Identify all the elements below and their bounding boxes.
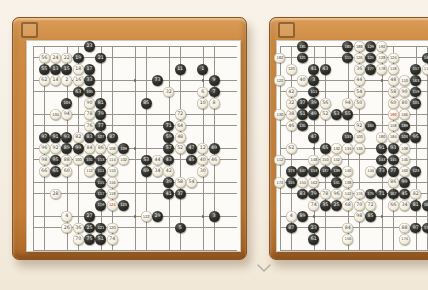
stone-white-172: 172 (274, 177, 285, 188)
stone-black-175: 175 (365, 189, 376, 200)
stone-white-52: 52 (175, 143, 186, 154)
stone-white-36: 36 (73, 223, 84, 234)
hoshi-point (313, 215, 315, 217)
stone-white-34: 34 (152, 166, 163, 177)
stone-black-87: 87 (286, 223, 297, 234)
stone-white-120: 120 (286, 64, 297, 75)
stone-black-23: 23 (308, 223, 319, 234)
stone-black-103: 103 (61, 98, 72, 109)
stone-black-93: 93 (61, 132, 72, 143)
stone-white-96: 96 (39, 143, 50, 154)
stone-black-145: 145 (388, 155, 399, 166)
stone-white-184: 184 (388, 132, 399, 143)
stone-white-174: 174 (399, 234, 410, 245)
stone-white-22: 22 (61, 53, 72, 64)
stone-black-1: 1 (197, 64, 208, 75)
stone-black-119: 119 (410, 87, 421, 98)
stone-white-82: 82 (410, 189, 421, 200)
stone-white-110: 110 (107, 166, 118, 177)
stone-white-152: 152 (331, 155, 342, 166)
stone-black-157: 157 (410, 64, 421, 75)
go-stones-grid-2: 1811851881291921821211151261251281241491… (274, 41, 428, 256)
stone-black-25: 25 (84, 223, 95, 234)
stone-white-98: 98 (354, 211, 365, 222)
stone-white-44: 44 (152, 155, 163, 166)
stone-white-162: 162 (308, 177, 319, 188)
stone-black-99: 99 (73, 143, 84, 154)
stone-white-154: 154 (297, 177, 308, 188)
stone-white-4: 4 (286, 211, 297, 222)
stone-black-3: 3 (308, 75, 319, 86)
stone-black-35: 35 (320, 200, 331, 211)
stone-black-89: 89 (297, 211, 308, 222)
stone-white-82: 82 (73, 132, 84, 143)
stone-white-138: 138 (342, 177, 353, 188)
stone-black-115: 115 (95, 177, 106, 188)
stone-black-119: 119 (95, 200, 106, 211)
stone-white-120: 120 (107, 223, 118, 234)
go-stones-grid-1: 2356242219215513151817111621421633739631… (27, 41, 242, 256)
stone-black-7: 7 (209, 87, 220, 98)
stone-white-98: 98 (39, 155, 50, 166)
stone-white-74: 74 (308, 200, 319, 211)
stone-black-123: 123 (410, 166, 421, 177)
stone-black-91: 91 (50, 132, 61, 143)
stone-black-185: 185 (342, 41, 353, 52)
stone-black-105: 105 (84, 87, 95, 98)
stone-white-156: 156 (342, 234, 353, 245)
stone-black-25: 25 (331, 200, 342, 211)
stone-black-39: 39 (163, 177, 174, 188)
stone-black-79: 79 (95, 109, 106, 120)
stone-black-101: 101 (410, 98, 421, 109)
stone-black-85: 85 (141, 98, 152, 109)
stone-white-92: 92 (354, 121, 365, 132)
stone-black-121: 121 (95, 223, 106, 234)
stone-white-102: 102 (118, 155, 129, 166)
stone-black-21: 21 (95, 53, 106, 64)
stone-white-158: 158 (388, 121, 399, 132)
stone-white-108: 108 (399, 143, 410, 154)
stone-white-116: 116 (107, 177, 118, 188)
stone-black-115: 115 (342, 53, 353, 64)
stone-white-176: 176 (354, 189, 365, 200)
stone-white-84: 84 (342, 223, 353, 234)
stone-white-100: 100 (354, 132, 365, 143)
stone-white-144: 144 (365, 166, 376, 177)
stone-white-70: 70 (354, 200, 365, 211)
stone-black-153: 153 (308, 166, 319, 177)
stone-black-77: 77 (388, 166, 399, 177)
stone-black-41: 41 (163, 189, 174, 200)
stone-white-72: 72 (365, 200, 376, 211)
stone-black-69: 69 (141, 166, 152, 177)
stone-white-128: 128 (376, 53, 387, 64)
stone-white-84: 84 (84, 143, 95, 154)
stone-black-55: 55 (342, 109, 353, 120)
stone-white-60: 60 (388, 98, 399, 109)
stone-black-57: 57 (163, 143, 174, 154)
stone-white-56: 56 (39, 53, 50, 64)
stone-white-70: 70 (73, 234, 84, 245)
stone-black-125: 125 (365, 53, 376, 64)
stone-black-95: 95 (410, 132, 421, 143)
chevron-down-icon[interactable] (256, 262, 272, 274)
stone-black-73: 73 (376, 166, 387, 177)
stone-black-77: 77 (95, 121, 106, 132)
stone-white-40: 40 (197, 155, 208, 166)
stone-white-42: 42 (163, 166, 174, 177)
stone-white-30: 30 (197, 166, 208, 177)
go-board-diagram-2: 1811851881291921821211151261251281241491… (269, 17, 428, 260)
stone-white-142: 142 (342, 189, 353, 200)
stone-black-37: 37 (175, 189, 186, 200)
stone-black-55: 55 (39, 64, 50, 75)
stone-white-118: 118 (107, 189, 118, 200)
stone-black-33: 33 (84, 75, 95, 86)
stone-white-28: 28 (50, 189, 61, 200)
stone-white-178: 178 (376, 64, 387, 75)
stone-black-97: 97 (410, 223, 421, 234)
stone-black-49: 49 (209, 143, 220, 154)
stone-white-48: 48 (175, 132, 186, 143)
stone-white-134: 134 (342, 143, 353, 154)
stone-white-56: 56 (320, 98, 331, 109)
stone-white-62: 62 (286, 143, 297, 154)
stone-white-14: 14 (50, 75, 61, 86)
stone-black-13: 13 (50, 64, 61, 75)
stone-black-91: 91 (376, 143, 387, 154)
stone-black-11: 11 (175, 64, 186, 75)
stone-black-189: 189 (399, 121, 410, 132)
stone-black-19: 19 (73, 53, 84, 64)
hoshi-point (134, 79, 136, 81)
stone-black-53: 53 (331, 109, 342, 120)
stone-black-65: 65 (50, 166, 61, 177)
stone-white-130: 130 (274, 109, 285, 120)
stone-white-26: 26 (61, 223, 72, 234)
stone-white-136: 136 (354, 143, 365, 154)
stone-black-113: 113 (95, 155, 106, 166)
stone-white-86: 86 (388, 177, 399, 188)
hoshi-point (202, 79, 204, 81)
stone-white-58: 58 (388, 87, 399, 98)
stone-white-74: 74 (107, 234, 118, 245)
stone-white-124: 124 (388, 53, 399, 64)
stone-black-99: 99 (399, 177, 410, 188)
stone-black-83: 83 (297, 189, 308, 200)
stone-white-182: 182 (274, 53, 285, 64)
stone-white-32: 32 (286, 98, 297, 109)
stone-white-112: 112 (274, 155, 285, 166)
stone-white-118: 118 (388, 64, 399, 75)
stone-black-81: 81 (95, 98, 106, 109)
stone-black-71: 71 (376, 189, 387, 200)
stone-black-143: 143 (376, 155, 387, 166)
stone-white-114: 114 (422, 64, 428, 75)
stone-white-92: 92 (50, 143, 61, 154)
stone-white-6: 6 (197, 87, 208, 98)
stone-black-51: 51 (297, 109, 308, 120)
hoshi-point (381, 215, 383, 217)
stone-black-95: 95 (50, 155, 61, 166)
stone-white-124: 124 (107, 200, 118, 211)
stone-black-177: 177 (365, 64, 376, 75)
stone-white-58: 58 (175, 177, 186, 188)
stone-black-43: 43 (320, 64, 331, 75)
stone-black-137: 137 (320, 166, 331, 177)
stone-black-49: 49 (308, 109, 319, 120)
stone-white-4: 4 (61, 211, 72, 222)
stone-white-78: 78 (320, 189, 331, 200)
stone-black-17: 17 (84, 64, 95, 75)
stone-black-117: 117 (95, 189, 106, 200)
stone-black-73: 73 (152, 75, 163, 86)
stone-black-27: 27 (84, 211, 95, 222)
kifu-paper-1: 2356242219215513151817111621421633739631… (26, 40, 241, 252)
stone-black-131: 131 (297, 121, 308, 132)
stone-black-5: 5 (175, 223, 186, 234)
stone-white-96: 96 (331, 189, 342, 200)
stone-white-132: 132 (331, 143, 342, 154)
stone-black-71: 71 (163, 121, 174, 132)
stone-black-123: 123 (118, 200, 129, 211)
stone-white-38: 38 (286, 109, 297, 120)
stone-white-112: 112 (84, 166, 95, 177)
stone-white-122: 122 (274, 75, 285, 86)
stone-black-45: 45 (186, 155, 197, 166)
stone-black-101: 101 (84, 155, 95, 166)
stone-black-79: 79 (308, 189, 319, 200)
stone-white-72: 72 (175, 109, 186, 120)
stone-black-23: 23 (84, 41, 95, 52)
stone-black-141: 141 (331, 177, 342, 188)
stone-white-66: 66 (388, 200, 399, 211)
stone-white-32: 32 (163, 87, 174, 98)
stone-white-12: 12 (197, 143, 208, 154)
stone-white-100: 100 (73, 155, 84, 166)
stone-white-78: 78 (84, 109, 95, 120)
stone-white-90: 90 (399, 87, 410, 98)
stone-black-45: 45 (399, 189, 410, 200)
stone-white-68: 68 (342, 200, 353, 211)
stone-black-59: 59 (163, 132, 174, 143)
stone-black-171: 171 (422, 223, 428, 234)
stone-black-121: 121 (297, 53, 308, 64)
stone-white-52: 52 (320, 109, 331, 120)
stone-white-150: 150 (320, 155, 331, 166)
stone-black-81: 81 (410, 200, 421, 211)
stone-black-107: 107 (95, 132, 106, 143)
stone-black-39: 39 (308, 98, 319, 109)
stone-black-53: 53 (141, 155, 152, 166)
stone-black-129: 129 (365, 41, 376, 52)
hoshi-point (134, 147, 136, 149)
stone-white-166: 166 (399, 109, 410, 120)
stone-black-89: 89 (61, 143, 72, 154)
stone-black-3: 3 (209, 211, 220, 222)
stone-white-34: 34 (399, 200, 410, 211)
go-board-diagram-1: 2356242219215513151817111621421633739631… (12, 17, 247, 260)
stone-white-42: 42 (286, 87, 297, 98)
stone-black-9: 9 (209, 75, 220, 86)
stone-black-163: 163 (410, 75, 421, 86)
hoshi-point (313, 147, 315, 149)
stone-black-139: 139 (331, 166, 342, 177)
stone-white-160: 160 (399, 166, 410, 177)
hoshi-point (134, 215, 136, 217)
stone-black-111: 111 (95, 166, 106, 177)
stone-black-87: 87 (107, 132, 118, 143)
stone-white-192: 192 (376, 41, 387, 52)
stone-white-110: 110 (399, 75, 410, 86)
stone-black-111: 111 (308, 87, 319, 98)
stone-black-15: 15 (61, 64, 72, 75)
hoshi-point (202, 215, 204, 217)
stone-black-169: 169 (422, 200, 428, 211)
stone-white-104: 104 (50, 109, 61, 120)
board-hanger-clip (278, 22, 295, 38)
stone-white-114: 114 (107, 155, 118, 166)
stone-white-46: 46 (286, 121, 297, 132)
stone-black-173: 173 (286, 166, 297, 177)
stone-white-88: 88 (61, 155, 72, 166)
stone-black-41: 41 (308, 64, 319, 75)
stone-white-90: 90 (84, 98, 95, 109)
stone-black-43: 43 (163, 155, 174, 166)
stone-white-94: 94 (342, 98, 353, 109)
stone-black-75: 75 (84, 234, 95, 245)
stone-black-149: 149 (422, 53, 428, 64)
stone-white-126: 126 (354, 53, 365, 64)
stone-black-109: 109 (118, 143, 129, 154)
stone-white-44: 44 (354, 75, 365, 86)
stone-black-93: 93 (388, 143, 399, 154)
board-hanger-clip (21, 22, 38, 38)
stone-black-51: 51 (95, 234, 106, 245)
stone-white-140: 140 (342, 166, 353, 177)
stone-black-61: 61 (308, 234, 319, 245)
stone-black-133: 133 (342, 132, 353, 143)
stone-white-148: 148 (308, 155, 319, 166)
stone-white-180: 180 (376, 132, 387, 143)
stone-black-97: 97 (39, 132, 50, 143)
stone-white-10: 10 (197, 98, 208, 109)
stone-black-155: 155 (286, 177, 297, 188)
stone-white-108: 108 (107, 143, 118, 154)
stone-black-65: 65 (320, 143, 331, 154)
stone-white-16: 16 (73, 75, 84, 86)
stone-black-63: 63 (73, 87, 84, 98)
stone-black-103: 103 (399, 132, 410, 143)
stone-black-167: 167 (388, 189, 399, 200)
stone-white-62: 62 (39, 75, 50, 86)
stone-white-94: 94 (61, 109, 72, 120)
stone-black-47: 47 (186, 143, 197, 154)
stone-white-2: 2 (61, 75, 72, 86)
stone-white-146: 146 (399, 155, 410, 166)
stone-white-36: 36 (354, 64, 365, 75)
stone-black-165: 165 (365, 121, 376, 132)
stone-white-64: 64 (175, 121, 186, 132)
stone-white-122: 122 (141, 211, 152, 222)
stone-white-86: 86 (95, 143, 106, 154)
stone-white-88: 88 (399, 223, 410, 234)
stone-black-47: 47 (308, 132, 319, 143)
page-background: 2356242219215513151817111621421633739631… (0, 0, 428, 290)
stone-white-188: 188 (354, 41, 365, 52)
stone-white-54: 54 (186, 177, 197, 188)
stone-white-60: 60 (61, 166, 72, 177)
stone-black-29: 29 (152, 211, 163, 222)
stone-black-181: 181 (297, 41, 308, 52)
stone-black-85: 85 (365, 211, 376, 222)
stone-white-80: 80 (399, 98, 410, 109)
stone-white-54: 54 (354, 87, 365, 98)
stone-white-76: 76 (84, 121, 95, 132)
kifu-paper-2: 1811851881291921821211151261251281241491… (276, 40, 428, 252)
hoshi-point (381, 79, 383, 81)
stone-white-50: 50 (354, 98, 365, 109)
stone-white-8: 8 (209, 98, 220, 109)
stone-white-24: 24 (50, 53, 61, 64)
stone-white-40: 40 (297, 75, 308, 86)
stone-black-37: 37 (297, 98, 308, 109)
stone-white-46: 46 (209, 155, 220, 166)
stone-white-18: 18 (73, 64, 84, 75)
stone-white-48: 48 (388, 75, 399, 86)
stone-white-66: 66 (39, 166, 50, 177)
stone-white-190: 190 (388, 109, 399, 120)
stone-black-147: 147 (297, 166, 308, 177)
stone-black-83: 83 (84, 132, 95, 143)
